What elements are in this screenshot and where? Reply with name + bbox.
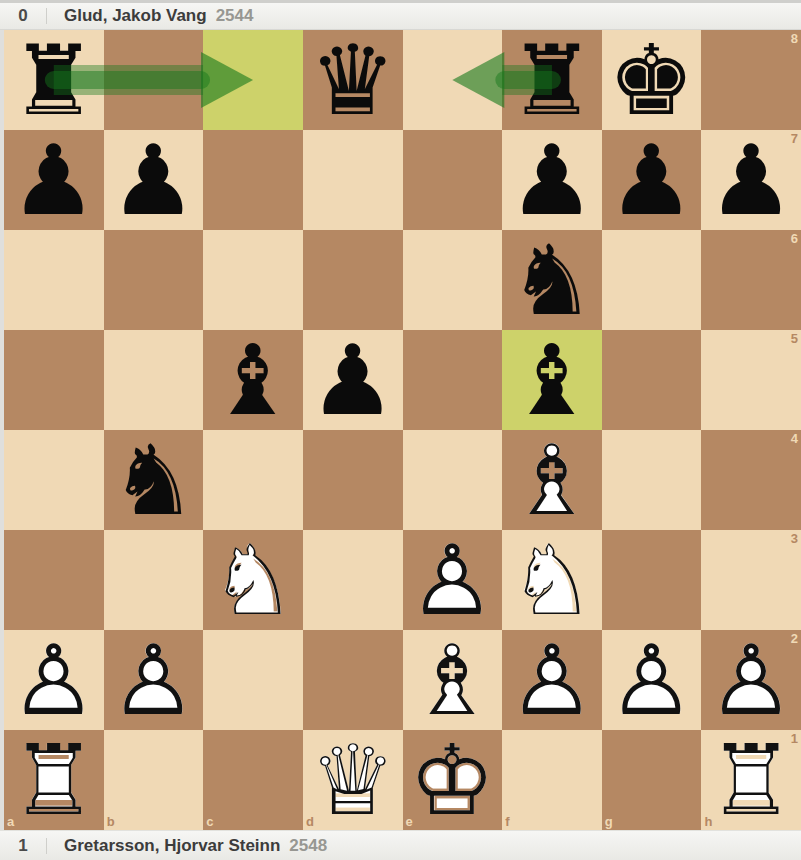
white-knight-outline: ♘ — [203, 530, 303, 630]
bar-separator — [46, 8, 47, 24]
square-a4[interactable] — [4, 430, 104, 530]
square-a2[interactable]: ♟♙ — [4, 630, 104, 730]
square-f4[interactable]: ♝♗ — [502, 430, 602, 530]
black-pawn: ♟ — [104, 130, 204, 230]
square-g7[interactable]: ♟ — [602, 130, 702, 230]
square-g5[interactable] — [602, 330, 702, 430]
white-pawn: ♟ — [104, 630, 204, 730]
square-c4[interactable] — [203, 430, 303, 530]
rank-label-4: 4 — [791, 432, 798, 445]
square-d8[interactable]: ♛ — [303, 30, 403, 130]
rank-label-8: 8 — [791, 32, 798, 45]
square-d2[interactable] — [303, 630, 403, 730]
white-knight: ♞ — [203, 530, 303, 630]
square-g2[interactable]: ♟♙ — [602, 630, 702, 730]
bottom-player-bar: 1 Gretarsson, Hjorvar Steinn 2548 — [0, 830, 801, 860]
square-a5[interactable] — [4, 330, 104, 430]
white-rook: ♜ — [701, 730, 801, 830]
square-f5[interactable]: ♝ — [502, 330, 602, 430]
top-player-rating: 2544 — [216, 6, 254, 26]
white-pawn-outline: ♙ — [502, 630, 602, 730]
top-player-score: 0 — [0, 6, 46, 26]
square-h1[interactable]: 1h♜♖ — [701, 730, 801, 830]
white-bishop: ♝ — [502, 430, 602, 530]
file-label-c: c — [206, 815, 213, 828]
black-pawn: ♟ — [303, 330, 403, 430]
black-king: ♚ — [602, 30, 702, 130]
rank-label-6: 6 — [791, 232, 798, 245]
square-b6[interactable] — [104, 230, 204, 330]
file-label-d: d — [306, 815, 314, 828]
square-f8[interactable]: ♜ — [502, 30, 602, 130]
square-f3[interactable]: ♞♘ — [502, 530, 602, 630]
square-c5[interactable]: ♝ — [203, 330, 303, 430]
square-d5[interactable]: ♟ — [303, 330, 403, 430]
square-b4[interactable]: ♞ — [104, 430, 204, 530]
white-rook-outline: ♖ — [701, 730, 801, 830]
white-pawn-outline: ♙ — [104, 630, 204, 730]
black-rook: ♜ — [4, 30, 104, 130]
white-pawn-outline: ♙ — [602, 630, 702, 730]
white-pawn: ♟ — [701, 630, 801, 730]
square-a3[interactable] — [4, 530, 104, 630]
bottom-player-score: 1 — [0, 836, 46, 856]
white-king-outline: ♔ — [403, 730, 503, 830]
square-b7[interactable]: ♟ — [104, 130, 204, 230]
square-g1[interactable]: g — [602, 730, 702, 830]
square-c6[interactable] — [203, 230, 303, 330]
square-g4[interactable] — [602, 430, 702, 530]
black-bishop: ♝ — [502, 330, 602, 430]
square-h6[interactable]: 6 — [701, 230, 801, 330]
bottom-player-name: Gretarsson, Hjorvar Steinn — [64, 836, 280, 856]
white-rook-outline: ♖ — [4, 730, 104, 830]
black-queen: ♛ — [303, 30, 403, 130]
white-knight: ♞ — [502, 530, 602, 630]
black-knight: ♞ — [104, 430, 204, 530]
square-b8[interactable] — [104, 30, 204, 130]
white-rook: ♜ — [4, 730, 104, 830]
square-c2[interactable] — [203, 630, 303, 730]
black-bishop: ♝ — [203, 330, 303, 430]
white-pawn-outline: ♙ — [403, 530, 503, 630]
square-f6[interactable]: ♞ — [502, 230, 602, 330]
square-h2[interactable]: 2♟♙ — [701, 630, 801, 730]
top-player-bar: 0 Glud, Jakob Vang 2544 — [0, 0, 801, 30]
white-bishop-outline: ♗ — [502, 430, 602, 530]
square-d3[interactable] — [303, 530, 403, 630]
square-e2[interactable]: ♝♗ — [403, 630, 503, 730]
square-f1[interactable]: f — [502, 730, 602, 830]
rank-label-1: 1 — [791, 732, 798, 745]
white-knight-outline: ♘ — [502, 530, 602, 630]
square-e1[interactable]: e♚♔ — [403, 730, 503, 830]
white-queen: ♛ — [303, 730, 403, 830]
square-d6[interactable] — [303, 230, 403, 330]
square-e7[interactable] — [403, 130, 503, 230]
square-h7[interactable]: 7♟ — [701, 130, 801, 230]
square-d4[interactable] — [303, 430, 403, 530]
file-label-b: b — [107, 815, 115, 828]
square-g8[interactable]: ♚ — [602, 30, 702, 130]
white-pawn-outline: ♙ — [4, 630, 104, 730]
square-b2[interactable]: ♟♙ — [104, 630, 204, 730]
square-e4[interactable] — [403, 430, 503, 530]
square-a7[interactable]: ♟ — [4, 130, 104, 230]
file-label-e: e — [406, 815, 413, 828]
square-b5[interactable] — [104, 330, 204, 430]
white-bishop: ♝ — [403, 630, 503, 730]
square-g6[interactable] — [602, 230, 702, 330]
square-c8[interactable] — [203, 30, 303, 130]
bar-separator — [46, 838, 47, 854]
bottom-player-rating: 2548 — [289, 836, 327, 856]
rank-label-2: 2 — [791, 632, 798, 645]
square-f2[interactable]: ♟♙ — [502, 630, 602, 730]
black-pawn: ♟ — [502, 130, 602, 230]
black-pawn: ♟ — [602, 130, 702, 230]
chess-board[interactable]: ♜♛♜♚8♟♟♟♟7♟♞6♝♟♝5♞♝♗4♞♘♟♙♞♘3♟♙♟♙♝♗♟♙♟♙2♟… — [4, 30, 801, 830]
square-g3[interactable] — [602, 530, 702, 630]
file-label-f: f — [505, 815, 509, 828]
square-e6[interactable] — [403, 230, 503, 330]
rank-label-5: 5 — [791, 332, 798, 345]
white-pawn: ♟ — [4, 630, 104, 730]
file-label-g: g — [605, 815, 613, 828]
file-label-h: h — [704, 815, 712, 828]
black-knight: ♞ — [502, 230, 602, 330]
square-f7[interactable]: ♟ — [502, 130, 602, 230]
square-c1[interactable]: c — [203, 730, 303, 830]
square-h3[interactable]: 3 — [701, 530, 801, 630]
white-pawn: ♟ — [602, 630, 702, 730]
white-pawn: ♟ — [502, 630, 602, 730]
square-a6[interactable] — [4, 230, 104, 330]
square-e8[interactable] — [403, 30, 503, 130]
square-e3[interactable]: ♟♙ — [403, 530, 503, 630]
square-a1[interactable]: a♜♖ — [4, 730, 104, 830]
white-pawn-outline: ♙ — [701, 630, 801, 730]
top-player-name: Glud, Jakob Vang — [64, 6, 207, 26]
square-h8[interactable]: 8 — [701, 30, 801, 130]
square-b3[interactable] — [104, 530, 204, 630]
square-e5[interactable] — [403, 330, 503, 430]
square-b1[interactable]: b — [104, 730, 204, 830]
white-queen-outline: ♕ — [303, 730, 403, 830]
square-a8[interactable]: ♜ — [4, 30, 104, 130]
square-h4[interactable]: 4 — [701, 430, 801, 530]
square-d7[interactable] — [303, 130, 403, 230]
file-label-a: a — [7, 815, 14, 828]
square-h5[interactable]: 5 — [701, 330, 801, 430]
black-rook: ♜ — [502, 30, 602, 130]
black-pawn: ♟ — [4, 130, 104, 230]
white-bishop-outline: ♗ — [403, 630, 503, 730]
square-c3[interactable]: ♞♘ — [203, 530, 303, 630]
square-c7[interactable] — [203, 130, 303, 230]
square-d1[interactable]: d♛♕ — [303, 730, 403, 830]
white-pawn: ♟ — [403, 530, 503, 630]
black-pawn: ♟ — [701, 130, 801, 230]
white-king: ♚ — [403, 730, 503, 830]
rank-label-3: 3 — [791, 532, 798, 545]
rank-label-7: 7 — [791, 132, 798, 145]
